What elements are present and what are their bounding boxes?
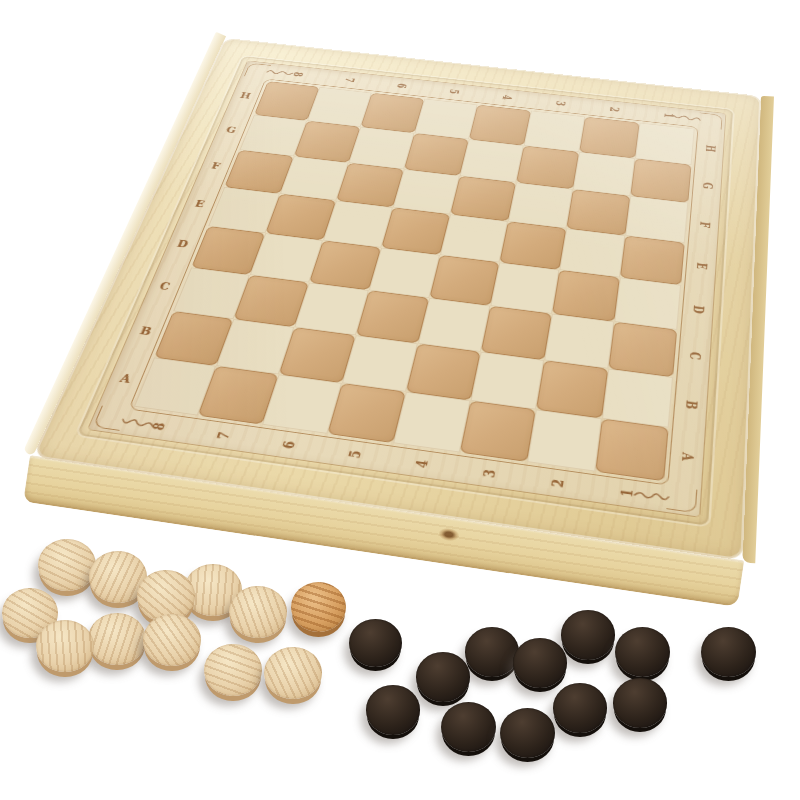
dark-piece-6[interactable] bbox=[513, 638, 567, 687]
square-c4[interactable] bbox=[418, 298, 490, 352]
light-piece-11[interactable] bbox=[204, 644, 262, 697]
square-d4[interactable] bbox=[429, 255, 499, 306]
dark-piece-12[interactable] bbox=[500, 708, 555, 758]
dark-piece-11[interactable] bbox=[441, 702, 496, 752]
square-b5[interactable] bbox=[342, 335, 418, 392]
square-e3[interactable] bbox=[499, 221, 566, 270]
square-b4[interactable] bbox=[406, 343, 481, 400]
square-b2[interactable] bbox=[536, 360, 608, 418]
square-b3[interactable] bbox=[471, 352, 545, 410]
dark-piece-9[interactable] bbox=[553, 683, 607, 732]
square-c5[interactable] bbox=[356, 290, 429, 343]
dark-piece-3[interactable] bbox=[465, 627, 519, 676]
light-piece-6[interactable] bbox=[229, 586, 287, 639]
square-f3[interactable] bbox=[508, 182, 573, 228]
wood-knot bbox=[433, 524, 463, 545]
light-piece-12[interactable] bbox=[264, 647, 322, 700]
dark-piece-10[interactable] bbox=[366, 685, 420, 734]
dark-piece-2[interactable] bbox=[349, 619, 402, 667]
dark-piece-4[interactable] bbox=[615, 627, 670, 677]
light-piece-9[interactable] bbox=[143, 614, 201, 667]
light-piece-8[interactable] bbox=[88, 613, 146, 666]
square-d2[interactable] bbox=[552, 270, 620, 322]
square-d3[interactable] bbox=[490, 262, 559, 313]
light-piece-1[interactable] bbox=[38, 539, 96, 592]
square-d5[interactable] bbox=[369, 248, 440, 298]
dark-piece-8[interactable] bbox=[613, 678, 667, 727]
coordinate-label: 2 bbox=[599, 91, 629, 128]
scene: HGFEDCBA HGFEDCBA 87654321 87654321 bbox=[0, 0, 800, 800]
light-piece-5[interactable] bbox=[291, 582, 346, 632]
square-e5[interactable] bbox=[381, 207, 450, 255]
dark-piece-7[interactable] bbox=[416, 652, 470, 701]
square-f5[interactable] bbox=[393, 169, 460, 214]
light-piece-10[interactable] bbox=[36, 620, 94, 673]
square-e4[interactable] bbox=[440, 214, 508, 262]
square-c2[interactable] bbox=[544, 314, 614, 369]
dark-piece-5[interactable] bbox=[701, 627, 756, 677]
dark-piece-1[interactable] bbox=[561, 610, 615, 659]
corner-bracket-mark bbox=[699, 113, 723, 130]
square-c3[interactable] bbox=[481, 306, 552, 360]
corner-bracket-mark bbox=[666, 486, 697, 514]
board: HGFEDCBA HGFEDCBA 87654321 87654321 bbox=[0, 0, 800, 800]
square-e2[interactable] bbox=[559, 228, 625, 277]
square-f4[interactable] bbox=[450, 176, 516, 222]
